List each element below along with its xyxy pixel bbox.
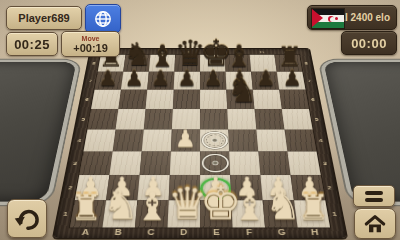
square-g4[interactable]: [256, 130, 287, 152]
chess-app-screen: { "game": "chess", "position": { "fen": …: [0, 0, 400, 240]
square-d4[interactable]: ♟: [171, 130, 200, 152]
white-clock-value: 00:25: [14, 37, 50, 52]
piece-black-pawn-e7[interactable]: ♟: [200, 67, 226, 89]
piece-white-queen-d1[interactable]: ♛: [168, 182, 200, 226]
square-a1[interactable]: ♜: [70, 200, 106, 227]
square-h4[interactable]: [284, 130, 316, 152]
square-f1[interactable]: ♝: [231, 200, 265, 227]
board-grid: ♜♞♝♛♚♝♜♟♟♟♟♟♟♟♟♞♟♟♟♟♟♟♟♟♜♞♝♛♚♝♞♜: [70, 55, 330, 228]
square-a7[interactable]: ♟: [94, 72, 123, 90]
square-a6[interactable]: [91, 90, 121, 109]
undo-arrow-icon: [13, 205, 41, 233]
square-e4[interactable]: [200, 130, 229, 152]
western-sahara-flag-icon: [312, 9, 344, 28]
undo-move-button[interactable]: [7, 199, 47, 238]
piece-black-pawn-c7[interactable]: ♟: [147, 67, 173, 89]
white-player-name-label: Player689: [18, 12, 69, 24]
square-f6[interactable]: ♞: [226, 90, 254, 109]
piece-black-pawn-d7[interactable]: ♟: [174, 67, 200, 89]
square-g1[interactable]: ♞: [263, 200, 298, 227]
file-labels-bottom: ABCDEFGH: [68, 227, 332, 238]
square-h7[interactable]: ♟: [277, 72, 306, 90]
home-icon: [364, 213, 386, 235]
square-f5[interactable]: [227, 109, 256, 129]
square-e6[interactable]: [200, 90, 227, 109]
piece-white-bishop-f1[interactable]: ♝: [232, 188, 264, 226]
square-b7[interactable]: ♟: [121, 72, 149, 90]
table-scene: ♜♞♝♛♚♝♜♟♟♟♟♟♟♟♟♞♟♟♟♟♟♟♟♟♜♞♝♛♚♝♞♜ ABCDEFG…: [0, 0, 400, 240]
square-e5[interactable]: [200, 109, 228, 129]
square-e7[interactable]: ♟: [200, 72, 226, 90]
move-hint-e4[interactable]: [201, 132, 227, 149]
square-g5[interactable]: [254, 109, 284, 129]
menu-icon: [365, 191, 383, 202]
square-c4[interactable]: [142, 130, 172, 152]
square-b5[interactable]: [116, 109, 146, 129]
square-c6[interactable]: [146, 90, 174, 109]
black-player-plate: AI 2400 elo: [307, 5, 397, 30]
chess-board: ♜♞♝♛♚♝♜♟♟♟♟♟♟♟♟♞♟♟♟♟♟♟♟♟♜♞♝♛♚♝♞♜ ABCDEFG…: [54, 49, 346, 238]
piece-white-knight-b1[interactable]: ♞: [103, 186, 135, 226]
move-timer-label: Move: [82, 35, 100, 42]
online-globe-button[interactable]: [85, 4, 121, 33]
square-h1[interactable]: ♜: [294, 200, 330, 227]
square-c5[interactable]: [144, 109, 173, 129]
piece-white-rook-a1[interactable]: ♜: [70, 191, 102, 226]
black-clock-value: 00:00: [351, 36, 387, 51]
white-player-name: Player689: [6, 6, 82, 30]
black-player-name-label: AI 2400 elo: [338, 12, 390, 23]
black-clock: 00:00: [341, 31, 397, 55]
piece-black-knight-f6[interactable]: ♞: [227, 74, 254, 108]
square-c1[interactable]: ♝: [135, 200, 169, 227]
square-a5[interactable]: [87, 109, 118, 129]
square-h6[interactable]: [279, 90, 309, 109]
square-c7[interactable]: ♟: [147, 72, 174, 90]
white-clock: 00:25: [6, 32, 58, 56]
piece-white-knight-g1[interactable]: ♞: [265, 186, 297, 226]
captured-pieces-tray-right: [323, 62, 400, 202]
square-b1[interactable]: ♞: [102, 200, 137, 227]
square-b6[interactable]: [118, 90, 147, 109]
square-e1[interactable]: ♚: [200, 200, 233, 227]
piece-white-bishop-c1[interactable]: ♝: [135, 188, 167, 226]
home-button[interactable]: [354, 208, 396, 239]
piece-black-pawn-h7[interactable]: ♟: [279, 67, 305, 89]
globe-icon: [93, 9, 113, 29]
move-timer-plate: Move +00:19: [61, 31, 120, 57]
piece-black-pawn-b7[interactable]: ♟: [121, 67, 147, 89]
piece-black-pawn-a7[interactable]: ♟: [95, 67, 121, 89]
square-a4[interactable]: [83, 130, 115, 152]
square-d1[interactable]: ♛: [167, 200, 200, 227]
menu-button[interactable]: [353, 185, 395, 207]
piece-white-rook-h1[interactable]: ♜: [297, 191, 329, 226]
square-d3[interactable]: [170, 151, 200, 175]
square-h5[interactable]: [282, 109, 313, 129]
move-hint-e3[interactable]: [201, 154, 228, 173]
piece-white-pawn-d4[interactable]: ♟: [171, 126, 200, 150]
square-f4[interactable]: [228, 130, 258, 152]
square-b4[interactable]: [113, 130, 144, 152]
square-d6[interactable]: [173, 90, 200, 109]
move-timer-value: +00:19: [73, 43, 108, 54]
square-d7[interactable]: ♟: [174, 72, 200, 90]
piece-white-king-e1[interactable]: ♚: [200, 180, 232, 226]
